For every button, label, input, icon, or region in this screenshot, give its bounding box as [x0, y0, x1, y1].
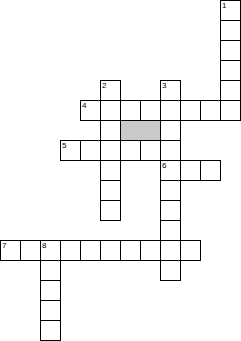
crossword-cell[interactable] — [160, 200, 181, 221]
crossword-cell[interactable] — [40, 280, 61, 301]
crossword-cell[interactable] — [220, 40, 241, 61]
crossword-cell[interactable] — [160, 220, 181, 241]
crossword-cell[interactable] — [220, 100, 241, 121]
crossword-cell[interactable]: 5 — [60, 140, 81, 161]
crossword-cell[interactable] — [100, 180, 121, 201]
crossword-cell[interactable] — [120, 140, 141, 161]
crossword-cell[interactable] — [160, 140, 181, 161]
crossword-cell[interactable]: 8 — [40, 240, 61, 261]
clue-number: 1 — [222, 1, 226, 10]
crossword-cell[interactable] — [100, 160, 121, 181]
crossword-cell[interactable] — [160, 260, 181, 281]
crossword-cell[interactable] — [220, 20, 241, 41]
crossword-page: 12345678 — [0, 0, 241, 341]
clue-number: 4 — [82, 101, 86, 110]
crossword-cell[interactable]: 1 — [220, 0, 241, 21]
crossword-cell[interactable]: 3 — [160, 80, 181, 101]
crossword-cell[interactable] — [100, 100, 121, 121]
crossword-cell[interactable] — [200, 160, 221, 181]
crossword-cell[interactable] — [120, 100, 141, 121]
crossword-cell[interactable]: 7 — [0, 240, 21, 261]
crossword-cell[interactable] — [140, 100, 161, 121]
crossword-cell[interactable] — [160, 120, 181, 141]
crossword-cell[interactable] — [20, 240, 41, 261]
crossword-cell[interactable] — [80, 140, 101, 161]
crossword-cell[interactable] — [120, 240, 141, 261]
clue-number: 2 — [102, 81, 106, 90]
crossword-cell[interactable] — [220, 60, 241, 81]
crossword-cell[interactable] — [140, 140, 161, 161]
crossword-cell[interactable] — [100, 240, 121, 261]
clue-number: 8 — [42, 241, 46, 250]
crossword-cell[interactable] — [60, 240, 81, 261]
crossword-cell[interactable] — [80, 240, 101, 261]
crossword-cell[interactable] — [100, 200, 121, 221]
crossword-cell[interactable] — [180, 240, 201, 261]
crossword-cell[interactable]: 2 — [100, 80, 121, 101]
crossword-cell[interactable] — [200, 100, 221, 121]
crossword-cell[interactable]: 4 — [80, 100, 101, 121]
clue-number: 3 — [162, 81, 166, 90]
crossword-board: 12345678 — [0, 0, 241, 341]
crossword-cell[interactable] — [40, 260, 61, 281]
crossword-cell[interactable] — [40, 320, 61, 341]
crossword-cell[interactable]: 6 — [160, 160, 181, 181]
crossword-cell[interactable] — [180, 100, 201, 121]
clue-number: 5 — [62, 141, 66, 150]
crossword-cell[interactable] — [140, 240, 161, 261]
crossword-cell[interactable] — [180, 160, 201, 181]
crossword-cell[interactable] — [40, 300, 61, 321]
crossword-cell[interactable] — [100, 140, 121, 161]
crossword-cell[interactable] — [160, 180, 181, 201]
clue-number: 6 — [162, 161, 166, 170]
crossword-cell[interactable] — [160, 240, 181, 261]
clue-number: 7 — [2, 241, 6, 250]
shaded-block — [120, 120, 161, 141]
crossword-cell[interactable] — [160, 100, 181, 121]
crossword-cell[interactable] — [220, 80, 241, 101]
crossword-cell[interactable] — [100, 120, 121, 141]
